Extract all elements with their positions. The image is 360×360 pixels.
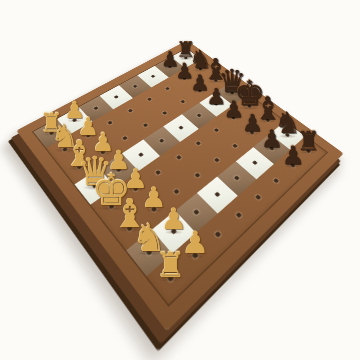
peg-hole xyxy=(247,104,252,108)
peg-hole xyxy=(162,111,167,115)
peg-hole xyxy=(214,158,220,163)
peg-hole xyxy=(214,231,221,238)
chess-board-frame xyxy=(16,40,343,331)
peg-hole xyxy=(269,146,275,151)
peg-hole xyxy=(151,75,156,78)
peg-hole xyxy=(176,155,182,160)
peg-hole xyxy=(138,152,144,157)
peg-hole xyxy=(168,65,173,68)
peg-hole xyxy=(252,160,258,165)
peg-hole xyxy=(100,150,106,155)
peg-hole xyxy=(230,91,235,95)
peg-hole xyxy=(232,144,238,149)
peg-hole xyxy=(180,100,185,104)
peg-hole xyxy=(193,209,200,215)
peg-hole xyxy=(76,164,82,169)
peg-hole xyxy=(143,123,148,127)
peg-hole xyxy=(167,274,174,282)
peg-hole xyxy=(182,77,187,80)
peg-hole xyxy=(197,89,202,93)
peg-hole xyxy=(196,113,201,117)
peg-hole xyxy=(214,192,220,198)
peg-hole xyxy=(249,130,254,134)
peg-hole xyxy=(290,163,296,168)
peg-hole xyxy=(265,118,270,122)
peg-hole xyxy=(116,167,122,172)
peg-hole xyxy=(108,203,115,209)
peg-hole xyxy=(165,87,170,91)
peg-hole xyxy=(178,126,183,130)
peg-hole xyxy=(170,228,177,235)
peg-hole xyxy=(126,225,133,232)
peg-hole xyxy=(273,178,279,183)
peg-hole xyxy=(194,173,200,178)
peg-hole xyxy=(155,170,161,175)
peg-hole xyxy=(196,141,202,146)
peg-hole xyxy=(192,252,199,259)
peg-hole xyxy=(285,133,290,137)
photo-background: ♜♞♝♛♚♝♞♜♟♟♟♟♟♟♟♟♟♟♟♟♟♟♟♟♜♞♝♛♚♝♞♜ xyxy=(0,0,360,360)
peg-hole xyxy=(146,248,153,255)
peg-hole xyxy=(231,116,236,120)
peg-hole xyxy=(151,206,158,212)
peg-hole xyxy=(62,147,68,152)
peg-hole xyxy=(114,95,119,99)
peg-hole xyxy=(234,175,240,180)
peg-hole xyxy=(236,212,243,218)
peg-hole xyxy=(133,186,139,192)
peg-hole xyxy=(213,79,218,82)
peg-hole xyxy=(159,138,165,143)
peg-hole xyxy=(72,118,77,122)
peg-hole xyxy=(93,106,98,110)
peg-hole xyxy=(173,189,179,195)
peg-hole xyxy=(85,133,91,137)
peg-hole xyxy=(214,128,219,132)
peg-hole xyxy=(255,194,261,200)
peg-hole xyxy=(122,136,128,141)
peg-hole xyxy=(128,109,133,113)
chess-board-grid xyxy=(33,49,326,305)
peg-hole xyxy=(107,121,112,125)
peg-hole xyxy=(306,149,312,154)
peg-hole xyxy=(49,131,55,135)
peg-hole xyxy=(147,97,152,101)
peg-hole xyxy=(92,183,98,189)
peg-hole xyxy=(198,67,203,70)
peg-hole xyxy=(214,102,219,106)
peg-hole xyxy=(184,57,189,60)
peg-hole xyxy=(133,85,138,89)
